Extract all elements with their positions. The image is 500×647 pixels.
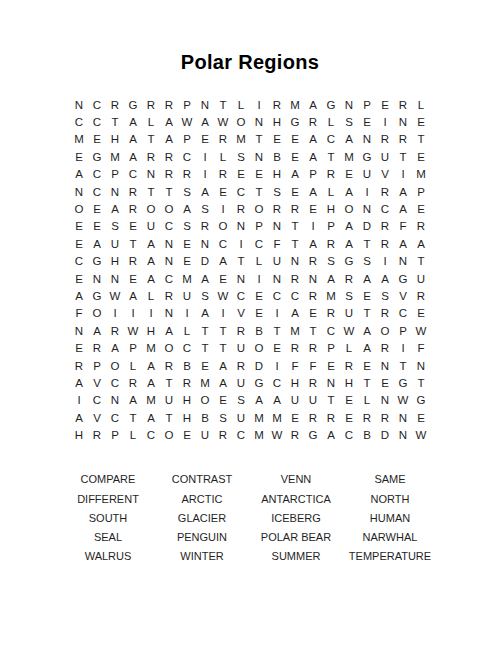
- grid-cell: P: [178, 131, 196, 148]
- grid-cell: R: [124, 253, 142, 270]
- grid-cell: T: [394, 357, 412, 374]
- grid-cell: U: [232, 339, 250, 356]
- grid-cell: R: [268, 96, 286, 113]
- grid-cell: R: [376, 339, 394, 356]
- grid-cell: M: [286, 96, 304, 113]
- grid-cell: L: [142, 287, 160, 304]
- grid-cell: R: [376, 183, 394, 200]
- grid-cell: I: [250, 96, 268, 113]
- grid-cell: R: [286, 426, 304, 443]
- word-list-item: SAME: [343, 470, 437, 489]
- grid-cell: A: [142, 374, 160, 391]
- grid-cell: A: [196, 113, 214, 130]
- grid-cell: R: [340, 357, 358, 374]
- grid-cell: C: [178, 339, 196, 356]
- grid-cell: T: [250, 183, 268, 200]
- grid-cell: R: [304, 374, 322, 391]
- word-list-item: COMPARE: [61, 470, 155, 489]
- grid-cell: A: [304, 131, 322, 148]
- grid-cell: E: [286, 131, 304, 148]
- grid-cell: R: [286, 200, 304, 217]
- grid-cell: A: [70, 166, 88, 183]
- grid-cell: S: [358, 253, 376, 270]
- grid-cell: S: [196, 200, 214, 217]
- grid-cell: P: [88, 357, 106, 374]
- grid-cell: A: [412, 235, 430, 252]
- grid-cell: R: [178, 374, 196, 391]
- grid-cell: P: [178, 96, 196, 113]
- grid-cell: H: [322, 200, 340, 217]
- grid-cell: N: [106, 183, 124, 200]
- grid-cell: E: [70, 148, 88, 165]
- grid-cell: A: [124, 287, 142, 304]
- word-list-item: ANTARCTICA: [249, 489, 343, 508]
- word-list-item: GLACIER: [155, 508, 249, 527]
- grid-cell: N: [232, 218, 250, 235]
- grid-cell: V: [394, 287, 412, 304]
- grid-cell: A: [106, 200, 124, 217]
- grid-cell: N: [268, 218, 286, 235]
- grid-cell: I: [106, 305, 124, 322]
- grid-cell: O: [106, 357, 124, 374]
- grid-cell: M: [250, 426, 268, 443]
- grid-cell: N: [304, 270, 322, 287]
- grid-cell: N: [70, 183, 88, 200]
- grid-cell: L: [124, 426, 142, 443]
- grid-cell: C: [232, 426, 250, 443]
- grid-cell: E: [124, 270, 142, 287]
- grid-cell: L: [214, 148, 232, 165]
- grid-cell: C: [232, 183, 250, 200]
- grid-cell: E: [250, 287, 268, 304]
- grid-cell: A: [250, 392, 268, 409]
- grid-cell: O: [214, 218, 232, 235]
- grid-cell: M: [250, 409, 268, 426]
- grid-cell: M: [178, 270, 196, 287]
- word-list-item: SEAL: [61, 527, 155, 546]
- grid-cell: S: [340, 287, 358, 304]
- grid-cell: M: [70, 131, 88, 148]
- grid-cell: N: [160, 305, 178, 322]
- grid-cell: U: [358, 166, 376, 183]
- grid-cell: I: [376, 253, 394, 270]
- grid-cell: R: [232, 357, 250, 374]
- grid-cell: C: [124, 166, 142, 183]
- grid-cell: H: [70, 426, 88, 443]
- grid-cell: D: [250, 357, 268, 374]
- grid-cell: R: [214, 166, 232, 183]
- grid-cell: C: [88, 392, 106, 409]
- grid-cell: A: [124, 392, 142, 409]
- grid-cell: D: [376, 426, 394, 443]
- grid-cell: T: [394, 148, 412, 165]
- grid-cell: T: [124, 235, 142, 252]
- grid-cell: W: [412, 322, 430, 339]
- grid-cell: L: [322, 113, 340, 130]
- grid-cell: W: [268, 426, 286, 443]
- grid-cell: R: [196, 218, 214, 235]
- grid-cell: P: [322, 339, 340, 356]
- grid-cell: L: [124, 357, 142, 374]
- grid-cell: T: [358, 374, 376, 391]
- grid-cell: U: [286, 392, 304, 409]
- word-search-grid: NCRGRRPNTLIRMAGNPERLCCTALAWAWONHGRLSEINE…: [70, 96, 430, 444]
- grid-cell: C: [106, 374, 124, 391]
- grid-cell: E: [88, 131, 106, 148]
- grid-cell: A: [286, 166, 304, 183]
- grid-cell: M: [286, 322, 304, 339]
- grid-cell: G: [286, 113, 304, 130]
- grid-cell: P: [250, 218, 268, 235]
- grid-cell: G: [322, 96, 340, 113]
- grid-cell: N: [106, 392, 124, 409]
- grid-cell: A: [124, 113, 142, 130]
- grid-cell: A: [124, 131, 142, 148]
- grid-cell: P: [358, 96, 376, 113]
- grid-cell: S: [214, 409, 232, 426]
- grid-cell: G: [250, 374, 268, 391]
- grid-cell: R: [106, 322, 124, 339]
- grid-cell: I: [250, 270, 268, 287]
- grid-cell: L: [250, 253, 268, 270]
- grid-cell: E: [70, 339, 88, 356]
- grid-cell: R: [322, 305, 340, 322]
- grid-cell: S: [106, 218, 124, 235]
- grid-cell: A: [340, 183, 358, 200]
- grid-cell: O: [70, 200, 88, 217]
- grid-cell: T: [160, 183, 178, 200]
- grid-cell: A: [322, 426, 340, 443]
- grid-cell: N: [412, 357, 430, 374]
- grid-cell: A: [394, 183, 412, 200]
- grid-cell: A: [70, 409, 88, 426]
- grid-cell: U: [268, 253, 286, 270]
- grid-cell: E: [340, 409, 358, 426]
- grid-cell: R: [124, 200, 142, 217]
- grid-cell: A: [268, 392, 286, 409]
- grid-cell: S: [232, 148, 250, 165]
- grid-cell: M: [196, 374, 214, 391]
- grid-cell: N: [358, 200, 376, 217]
- grid-cell: R: [358, 409, 376, 426]
- grid-cell: M: [106, 148, 124, 165]
- grid-cell: N: [376, 392, 394, 409]
- grid-cell: E: [268, 339, 286, 356]
- grid-cell: A: [142, 409, 160, 426]
- grid-cell: R: [160, 287, 178, 304]
- grid-cell: C: [70, 253, 88, 270]
- grid-cell: A: [214, 357, 232, 374]
- grid-cell: C: [160, 218, 178, 235]
- grid-cell: C: [178, 148, 196, 165]
- grid-cell: A: [394, 200, 412, 217]
- grid-cell: L: [358, 392, 376, 409]
- grid-cell: C: [142, 426, 160, 443]
- grid-cell: U: [196, 426, 214, 443]
- grid-cell: I: [196, 148, 214, 165]
- grid-cell: O: [196, 392, 214, 409]
- grid-cell: I: [268, 357, 286, 374]
- grid-cell: I: [376, 113, 394, 130]
- grid-cell: R: [376, 218, 394, 235]
- grid-cell: T: [286, 218, 304, 235]
- grid-cell: L: [178, 322, 196, 339]
- grid-cell: A: [70, 287, 88, 304]
- grid-cell: R: [394, 96, 412, 113]
- grid-cell: R: [160, 357, 178, 374]
- grid-cell: O: [376, 322, 394, 339]
- grid-cell: R: [124, 374, 142, 391]
- grid-cell: R: [142, 96, 160, 113]
- grid-cell: A: [358, 270, 376, 287]
- grid-cell: N: [88, 270, 106, 287]
- grid-cell: N: [322, 374, 340, 391]
- grid-cell: R: [412, 218, 430, 235]
- grid-cell: C: [88, 96, 106, 113]
- grid-cell: T: [412, 374, 430, 391]
- grid-cell: T: [160, 374, 178, 391]
- grid-cell: U: [376, 148, 394, 165]
- grid-cell: W: [178, 113, 196, 130]
- grid-cell: R: [160, 166, 178, 183]
- grid-cell: R: [322, 166, 340, 183]
- grid-cell: B: [178, 357, 196, 374]
- grid-cell: N: [394, 409, 412, 426]
- word-list-item: VENN: [249, 470, 343, 489]
- grid-cell: C: [286, 287, 304, 304]
- grid-cell: O: [160, 339, 178, 356]
- grid-cell: N: [394, 426, 412, 443]
- grid-cell: E: [286, 183, 304, 200]
- grid-cell: T: [304, 322, 322, 339]
- grid-cell: O: [250, 339, 268, 356]
- grid-cell: N: [394, 113, 412, 130]
- grid-cell: M: [142, 339, 160, 356]
- grid-cell: T: [412, 253, 430, 270]
- grid-cell: S: [178, 183, 196, 200]
- grid-cell: R: [232, 322, 250, 339]
- worksheet-page: Polar Regions NCRGRRPNTLIRMAGNPERLCCTALA…: [0, 0, 500, 647]
- grid-cell: W: [124, 322, 142, 339]
- grid-cell: A: [88, 235, 106, 252]
- grid-cell: T: [196, 339, 214, 356]
- grid-cell: H: [268, 166, 286, 183]
- grid-cell: L: [232, 96, 250, 113]
- grid-cell: O: [160, 426, 178, 443]
- grid-cell: I: [124, 305, 142, 322]
- grid-cell: V: [88, 409, 106, 426]
- grid-cell: A: [214, 253, 232, 270]
- grid-cell: W: [340, 322, 358, 339]
- grid-cell: A: [340, 218, 358, 235]
- grid-cell: E: [286, 148, 304, 165]
- grid-cell: T: [142, 131, 160, 148]
- grid-cell: E: [70, 218, 88, 235]
- grid-cell: A: [304, 96, 322, 113]
- grid-cell: G: [304, 426, 322, 443]
- grid-cell: E: [214, 392, 232, 409]
- grid-cell: C: [106, 409, 124, 426]
- grid-cell: G: [394, 270, 412, 287]
- grid-cell: T: [106, 113, 124, 130]
- grid-cell: N: [340, 96, 358, 113]
- grid-cell: I: [214, 305, 232, 322]
- grid-cell: E: [88, 200, 106, 217]
- grid-cell: H: [106, 131, 124, 148]
- grid-cell: R: [178, 166, 196, 183]
- grid-cell: P: [322, 218, 340, 235]
- grid-cell: V: [88, 374, 106, 391]
- grid-cell: C: [88, 113, 106, 130]
- grid-cell: N: [142, 166, 160, 183]
- grid-cell: O: [142, 200, 160, 217]
- grid-cell: N: [250, 113, 268, 130]
- word-list-item: PENGUIN: [155, 527, 249, 546]
- grid-cell: O: [160, 200, 178, 217]
- grid-cell: S: [376, 287, 394, 304]
- grid-cell: W: [214, 113, 232, 130]
- grid-cell: I: [232, 235, 250, 252]
- grid-cell: I: [142, 305, 160, 322]
- grid-cell: E: [88, 218, 106, 235]
- grid-cell: N: [160, 253, 178, 270]
- grid-cell: A: [142, 357, 160, 374]
- grid-cell: E: [358, 287, 376, 304]
- grid-cell: D: [358, 218, 376, 235]
- grid-cell: A: [340, 235, 358, 252]
- grid-cell: S: [340, 113, 358, 130]
- grid-cell: E: [268, 131, 286, 148]
- grid-cell: R: [322, 409, 340, 426]
- grid-cell: C: [268, 287, 286, 304]
- grid-cell: C: [160, 270, 178, 287]
- grid-cell: I: [214, 200, 232, 217]
- grid-cell: O: [88, 305, 106, 322]
- grid-cell: E: [304, 305, 322, 322]
- grid-cell: U: [340, 305, 358, 322]
- grid-cell: T: [160, 409, 178, 426]
- grid-cell: A: [142, 270, 160, 287]
- grid-cell: E: [178, 235, 196, 252]
- grid-cell: R: [304, 113, 322, 130]
- grid-cell: S: [232, 392, 250, 409]
- grid-cell: A: [196, 305, 214, 322]
- grid-cell: C: [322, 322, 340, 339]
- grid-cell: R: [304, 409, 322, 426]
- grid-cell: P: [106, 426, 124, 443]
- grid-cell: R: [214, 131, 232, 148]
- grid-cell: G: [394, 374, 412, 391]
- grid-cell: C: [88, 183, 106, 200]
- grid-cell: F: [304, 357, 322, 374]
- grid-cell: R: [376, 305, 394, 322]
- grid-cell: E: [214, 270, 232, 287]
- grid-cell: A: [160, 131, 178, 148]
- grid-cell: A: [340, 131, 358, 148]
- grid-cell: E: [196, 131, 214, 148]
- grid-cell: T: [358, 235, 376, 252]
- grid-cell: E: [196, 357, 214, 374]
- grid-cell: U: [106, 235, 124, 252]
- word-list-item: POLAR BEAR: [249, 527, 343, 546]
- word-list-item: SOUTH: [61, 508, 155, 527]
- grid-cell: R: [394, 131, 412, 148]
- grid-cell: F: [412, 339, 430, 356]
- grid-cell: G: [88, 148, 106, 165]
- word-list-item: SUMMER: [249, 547, 343, 566]
- grid-cell: T: [142, 183, 160, 200]
- grid-cell: R: [322, 235, 340, 252]
- grid-cell: C: [250, 235, 268, 252]
- grid-cell: E: [358, 357, 376, 374]
- grid-cell: B: [358, 426, 376, 443]
- grid-cell: U: [412, 270, 430, 287]
- grid-cell: P: [394, 322, 412, 339]
- word-list-item: ICEBERG: [249, 508, 343, 527]
- grid-cell: H: [286, 374, 304, 391]
- grid-cell: W: [106, 287, 124, 304]
- grid-cell: R: [88, 426, 106, 443]
- grid-cell: R: [304, 339, 322, 356]
- grid-cell: G: [412, 392, 430, 409]
- grid-cell: A: [304, 148, 322, 165]
- grid-cell: H: [142, 322, 160, 339]
- grid-cell: C: [268, 374, 286, 391]
- grid-cell: N: [196, 96, 214, 113]
- grid-cell: U: [304, 392, 322, 409]
- grid-cell: A: [196, 183, 214, 200]
- grid-cell: A: [214, 374, 232, 391]
- grid-cell: R: [286, 339, 304, 356]
- grid-cell: P: [304, 166, 322, 183]
- word-list-item: TEMPERATURE: [343, 547, 437, 566]
- grid-cell: E: [412, 200, 430, 217]
- grid-cell: B: [268, 148, 286, 165]
- grid-cell: R: [142, 148, 160, 165]
- grid-cell: E: [178, 426, 196, 443]
- grid-cell: T: [268, 322, 286, 339]
- grid-cell: R: [88, 339, 106, 356]
- grid-cell: F: [394, 218, 412, 235]
- grid-cell: E: [304, 200, 322, 217]
- grid-cell: M: [142, 392, 160, 409]
- grid-cell: T: [322, 392, 340, 409]
- grid-cell: R: [304, 253, 322, 270]
- grid-cell: R: [124, 183, 142, 200]
- grid-cell: R: [70, 357, 88, 374]
- grid-cell: M: [340, 148, 358, 165]
- grid-cell: R: [376, 235, 394, 252]
- grid-cell: R: [214, 426, 232, 443]
- grid-cell: A: [178, 200, 196, 217]
- grid-cell: L: [412, 96, 430, 113]
- grid-cell: A: [286, 305, 304, 322]
- grid-cell: N: [196, 235, 214, 252]
- grid-cell: I: [268, 305, 286, 322]
- grid-cell: T: [412, 131, 430, 148]
- grid-cell: T: [214, 322, 232, 339]
- grid-cell: T: [232, 253, 250, 270]
- grid-cell: R: [340, 270, 358, 287]
- grid-cell: E: [214, 183, 232, 200]
- grid-cell: G: [88, 287, 106, 304]
- grid-cell: O: [340, 200, 358, 217]
- grid-cell: V: [232, 305, 250, 322]
- grid-cell: R: [376, 409, 394, 426]
- grid-cell: R: [286, 270, 304, 287]
- grid-cell: B: [196, 409, 214, 426]
- grid-cell: W: [214, 287, 232, 304]
